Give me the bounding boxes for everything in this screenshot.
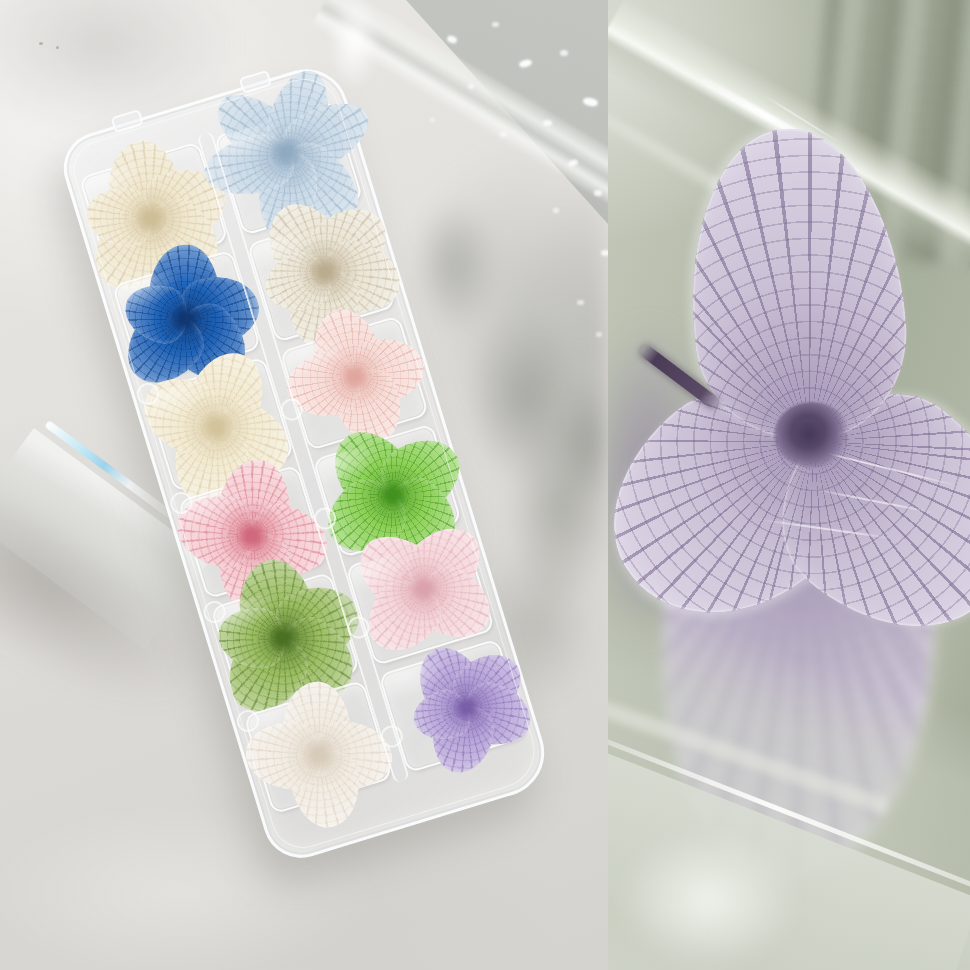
dried-flower-white [256, 693, 380, 817]
sparkle-highlight [430, 118, 435, 122]
sparkle-highlight [468, 84, 474, 89]
photo-collage [0, 0, 970, 970]
sparkle-highlight [560, 50, 568, 56]
sparkle-highlight [577, 300, 584, 305]
left-photo-case-scene [0, 0, 608, 970]
sparkle-highlight [500, 132, 507, 137]
sparkle-highlight [601, 250, 608, 256]
right-photo-macro-flower [608, 0, 970, 970]
sparkle-highlight [596, 332, 602, 337]
frosted-plastic-glow [618, 830, 798, 970]
flower-center [774, 402, 850, 468]
sparkle-highlight [594, 190, 602, 196]
sparkle-highlight [553, 208, 559, 213]
sparkle-highlight [492, 22, 499, 27]
sparkle-highlight [543, 120, 552, 126]
